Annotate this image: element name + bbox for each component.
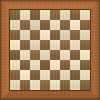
square-f7[interactable]: [60, 20, 70, 30]
square-a7[interactable]: [10, 20, 20, 30]
chessboard: [10, 10, 90, 90]
square-c4[interactable]: [30, 50, 40, 60]
square-e2[interactable]: [50, 70, 60, 80]
square-f8[interactable]: [60, 10, 70, 20]
chessboard-photo: [0, 0, 100, 100]
square-c3[interactable]: [30, 60, 40, 70]
square-b8[interactable]: [20, 10, 30, 20]
square-d8[interactable]: [40, 10, 50, 20]
square-c2[interactable]: [30, 70, 40, 80]
square-e5[interactable]: [50, 40, 60, 50]
square-h2[interactable]: [80, 70, 90, 80]
square-b5[interactable]: [20, 40, 30, 50]
square-h3[interactable]: [80, 60, 90, 70]
square-e8[interactable]: [50, 10, 60, 20]
square-a8[interactable]: [10, 10, 20, 20]
square-g6[interactable]: [70, 30, 80, 40]
square-h1[interactable]: [80, 80, 90, 90]
square-f1[interactable]: [60, 80, 70, 90]
square-b3[interactable]: [20, 60, 30, 70]
square-d1[interactable]: [40, 80, 50, 90]
square-b2[interactable]: [20, 70, 30, 80]
square-c7[interactable]: [30, 20, 40, 30]
square-h7[interactable]: [80, 20, 90, 30]
square-f2[interactable]: [60, 70, 70, 80]
square-f6[interactable]: [60, 30, 70, 40]
square-h6[interactable]: [80, 30, 90, 40]
square-h8[interactable]: [80, 10, 90, 20]
square-b7[interactable]: [20, 20, 30, 30]
square-g4[interactable]: [70, 50, 80, 60]
square-d5[interactable]: [40, 40, 50, 50]
square-e3[interactable]: [50, 60, 60, 70]
square-g2[interactable]: [70, 70, 80, 80]
square-c8[interactable]: [30, 10, 40, 20]
square-c1[interactable]: [30, 80, 40, 90]
square-d4[interactable]: [40, 50, 50, 60]
square-d7[interactable]: [40, 20, 50, 30]
square-f3[interactable]: [60, 60, 70, 70]
square-d6[interactable]: [40, 30, 50, 40]
board-frame: [0, 0, 100, 100]
square-b4[interactable]: [20, 50, 30, 60]
square-b1[interactable]: [20, 80, 30, 90]
square-a5[interactable]: [10, 40, 20, 50]
square-d3[interactable]: [40, 60, 50, 70]
square-g3[interactable]: [70, 60, 80, 70]
square-e1[interactable]: [50, 80, 60, 90]
square-g5[interactable]: [70, 40, 80, 50]
square-c5[interactable]: [30, 40, 40, 50]
square-h4[interactable]: [80, 50, 90, 60]
square-a6[interactable]: [10, 30, 20, 40]
square-e4[interactable]: [50, 50, 60, 60]
square-d2[interactable]: [40, 70, 50, 80]
square-g7[interactable]: [70, 20, 80, 30]
square-e7[interactable]: [50, 20, 60, 30]
square-f4[interactable]: [60, 50, 70, 60]
square-a1[interactable]: [10, 80, 20, 90]
square-h5[interactable]: [80, 40, 90, 50]
square-a3[interactable]: [10, 60, 20, 70]
square-e6[interactable]: [50, 30, 60, 40]
square-g8[interactable]: [70, 10, 80, 20]
square-g1[interactable]: [70, 80, 80, 90]
square-b6[interactable]: [20, 30, 30, 40]
square-f5[interactable]: [60, 40, 70, 50]
square-a4[interactable]: [10, 50, 20, 60]
square-c6[interactable]: [30, 30, 40, 40]
square-a2[interactable]: [10, 70, 20, 80]
